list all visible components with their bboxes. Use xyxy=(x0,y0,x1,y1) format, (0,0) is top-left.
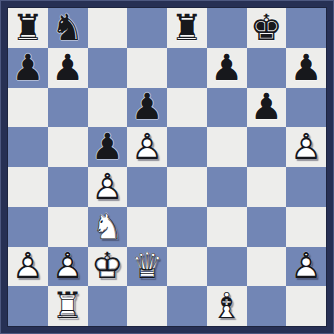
square-g5[interactable] xyxy=(247,127,287,167)
piece-black-pawn[interactable]: ♟ xyxy=(88,127,128,167)
board: ♜♞♜♚♟♟♟♟♟♟♟♟♙♟♙♟♙♞♘♟♙♟♙♚♔♛♕♟♙♜♖♝♗ xyxy=(8,8,326,326)
knight-glyph-outline: ♘ xyxy=(88,207,128,247)
square-d4[interactable] xyxy=(127,167,167,207)
square-f8[interactable] xyxy=(207,8,247,48)
square-g2[interactable] xyxy=(247,247,287,287)
pawn-glyph: ♟ xyxy=(207,48,247,88)
piece-black-rook[interactable]: ♜ xyxy=(8,8,48,48)
square-h3[interactable] xyxy=(286,207,326,247)
square-a4[interactable] xyxy=(8,167,48,207)
square-c4[interactable]: ♟♙ xyxy=(88,167,128,207)
pawn-glyph: ♟ xyxy=(88,127,128,167)
square-b5[interactable] xyxy=(48,127,88,167)
square-h7[interactable]: ♟ xyxy=(286,48,326,88)
pawn-glyph-outline: ♙ xyxy=(286,247,326,287)
pawn-glyph-outline: ♙ xyxy=(8,247,48,287)
square-f1[interactable]: ♝♗ xyxy=(207,286,247,326)
square-h4[interactable] xyxy=(286,167,326,207)
square-g8[interactable]: ♚ xyxy=(247,8,287,48)
piece-black-pawn[interactable]: ♟ xyxy=(247,88,287,128)
pawn-glyph: ♟ xyxy=(286,48,326,88)
square-a2[interactable]: ♟♙ xyxy=(8,247,48,287)
square-b7[interactable]: ♟ xyxy=(48,48,88,88)
pawn-glyph: ♟ xyxy=(8,48,48,88)
square-b3[interactable] xyxy=(48,207,88,247)
square-d1[interactable] xyxy=(127,286,167,326)
knight-glyph: ♞ xyxy=(48,8,88,48)
bishop-glyph-outline: ♗ xyxy=(207,286,247,326)
piece-white-pawn[interactable]: ♟♙ xyxy=(286,247,326,287)
square-a1[interactable] xyxy=(8,286,48,326)
square-b1[interactable]: ♜♖ xyxy=(48,286,88,326)
square-a5[interactable] xyxy=(8,127,48,167)
piece-black-pawn[interactable]: ♟ xyxy=(127,88,167,128)
square-a7[interactable]: ♟ xyxy=(8,48,48,88)
square-d5[interactable]: ♟♙ xyxy=(127,127,167,167)
square-h2[interactable]: ♟♙ xyxy=(286,247,326,287)
square-f6[interactable] xyxy=(207,88,247,128)
piece-white-queen[interactable]: ♛♕ xyxy=(127,247,167,287)
piece-white-pawn[interactable]: ♟♙ xyxy=(127,127,167,167)
pawn-glyph-outline: ♙ xyxy=(88,167,128,207)
square-c6[interactable] xyxy=(88,88,128,128)
square-b4[interactable] xyxy=(48,167,88,207)
piece-black-knight[interactable]: ♞ xyxy=(48,8,88,48)
square-e4[interactable] xyxy=(167,167,207,207)
square-e7[interactable] xyxy=(167,48,207,88)
square-d2[interactable]: ♛♕ xyxy=(127,247,167,287)
piece-black-pawn[interactable]: ♟ xyxy=(8,48,48,88)
square-d3[interactable] xyxy=(127,207,167,247)
rook-glyph: ♜ xyxy=(8,8,48,48)
square-g3[interactable] xyxy=(247,207,287,247)
piece-black-king[interactable]: ♚ xyxy=(247,8,287,48)
square-d8[interactable] xyxy=(127,8,167,48)
board-frame: ♜♞♜♚♟♟♟♟♟♟♟♟♙♟♙♟♙♞♘♟♙♟♙♚♔♛♕♟♙♜♖♝♗ xyxy=(0,0,334,334)
square-h8[interactable] xyxy=(286,8,326,48)
piece-white-pawn[interactable]: ♟♙ xyxy=(88,167,128,207)
square-b8[interactable]: ♞ xyxy=(48,8,88,48)
square-c8[interactable] xyxy=(88,8,128,48)
square-h6[interactable] xyxy=(286,88,326,128)
square-c5[interactable]: ♟ xyxy=(88,127,128,167)
square-f4[interactable] xyxy=(207,167,247,207)
square-g7[interactable] xyxy=(247,48,287,88)
pawn-glyph: ♟ xyxy=(247,88,287,128)
square-g1[interactable] xyxy=(247,286,287,326)
piece-black-pawn[interactable]: ♟ xyxy=(48,48,88,88)
square-f5[interactable] xyxy=(207,127,247,167)
piece-white-pawn[interactable]: ♟♙ xyxy=(286,127,326,167)
square-e1[interactable] xyxy=(167,286,207,326)
square-d6[interactable]: ♟ xyxy=(127,88,167,128)
square-c1[interactable] xyxy=(88,286,128,326)
rook-glyph-outline: ♖ xyxy=(48,286,88,326)
pawn-glyph-outline: ♙ xyxy=(286,127,326,167)
square-g4[interactable] xyxy=(247,167,287,207)
square-a6[interactable] xyxy=(8,88,48,128)
queen-glyph-outline: ♕ xyxy=(127,247,167,287)
square-d7[interactable] xyxy=(127,48,167,88)
square-e3[interactable] xyxy=(167,207,207,247)
piece-black-rook[interactable]: ♜ xyxy=(167,8,207,48)
king-glyph: ♚ xyxy=(247,8,287,48)
square-e8[interactable]: ♜ xyxy=(167,8,207,48)
square-g6[interactable]: ♟ xyxy=(247,88,287,128)
piece-white-bishop[interactable]: ♝♗ xyxy=(207,286,247,326)
square-f2[interactable] xyxy=(207,247,247,287)
piece-black-pawn[interactable]: ♟ xyxy=(286,48,326,88)
pawn-glyph: ♟ xyxy=(48,48,88,88)
square-h5[interactable]: ♟♙ xyxy=(286,127,326,167)
piece-white-pawn[interactable]: ♟♙ xyxy=(8,247,48,287)
rook-glyph: ♜ xyxy=(167,8,207,48)
piece-white-knight[interactable]: ♞♘ xyxy=(88,207,128,247)
square-h1[interactable] xyxy=(286,286,326,326)
square-f3[interactable] xyxy=(207,207,247,247)
square-a3[interactable] xyxy=(8,207,48,247)
piece-black-pawn[interactable]: ♟ xyxy=(207,48,247,88)
square-b2[interactable]: ♟♙ xyxy=(48,247,88,287)
square-b6[interactable] xyxy=(48,88,88,128)
square-c3[interactable]: ♞♘ xyxy=(88,207,128,247)
square-f7[interactable]: ♟ xyxy=(207,48,247,88)
piece-white-rook[interactable]: ♜♖ xyxy=(48,286,88,326)
pawn-glyph-outline: ♙ xyxy=(48,247,88,287)
piece-white-king[interactable]: ♚♔ xyxy=(88,247,128,287)
square-e2[interactable] xyxy=(167,247,207,287)
piece-white-pawn[interactable]: ♟♙ xyxy=(48,247,88,287)
king-glyph-outline: ♔ xyxy=(88,247,128,287)
square-c7[interactable] xyxy=(88,48,128,88)
square-c2[interactable]: ♚♔ xyxy=(88,247,128,287)
pawn-glyph-outline: ♙ xyxy=(127,127,167,167)
square-a8[interactable]: ♜ xyxy=(8,8,48,48)
square-e5[interactable] xyxy=(167,127,207,167)
pawn-glyph: ♟ xyxy=(127,88,167,128)
square-e6[interactable] xyxy=(167,88,207,128)
